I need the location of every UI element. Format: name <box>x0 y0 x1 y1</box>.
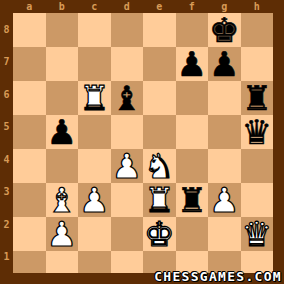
rank-label-5: 5 <box>0 111 13 144</box>
black-rook-icon: ♜ <box>177 183 207 217</box>
square-b3[interactable]: ♝ <box>46 183 79 217</box>
white-pawn-icon: ♟ <box>79 183 109 217</box>
square-c4[interactable] <box>78 149 111 183</box>
square-f6[interactable] <box>176 81 209 115</box>
square-b1[interactable] <box>46 251 79 273</box>
rank-labels: 87654321 <box>0 13 13 273</box>
square-b2[interactable]: ♟ <box>46 217 79 251</box>
black-king-icon: ♚ <box>209 13 239 47</box>
square-c3[interactable]: ♟ <box>78 183 111 217</box>
file-label-b: b <box>46 0 79 13</box>
rank-label-6: 6 <box>0 78 13 111</box>
black-pawn-icon: ♟ <box>209 47 239 81</box>
square-a8[interactable] <box>13 13 46 47</box>
square-f5[interactable] <box>176 115 209 149</box>
square-b5[interactable]: ♟ <box>46 115 79 149</box>
square-a5[interactable] <box>13 115 46 149</box>
square-a1[interactable] <box>13 251 46 273</box>
square-d7[interactable] <box>111 47 144 81</box>
square-f8[interactable] <box>176 13 209 47</box>
square-g3[interactable]: ♟ <box>208 183 241 217</box>
square-d6[interactable]: ♝ <box>111 81 144 115</box>
white-knight-icon: ♞ <box>144 149 174 183</box>
square-e3[interactable]: ♜ <box>143 183 176 217</box>
square-f4[interactable] <box>176 149 209 183</box>
square-d8[interactable] <box>111 13 144 47</box>
white-rook-icon: ♜ <box>79 81 109 115</box>
square-g8[interactable]: ♚ <box>208 13 241 47</box>
square-g6[interactable] <box>208 81 241 115</box>
square-e6[interactable] <box>143 81 176 115</box>
black-pawn-icon: ♟ <box>47 115 77 149</box>
square-a7[interactable] <box>13 47 46 81</box>
black-bishop-icon: ♝ <box>112 81 142 115</box>
square-b4[interactable] <box>46 149 79 183</box>
square-c5[interactable] <box>78 115 111 149</box>
square-e7[interactable] <box>143 47 176 81</box>
square-b8[interactable] <box>46 13 79 47</box>
square-f7[interactable]: ♟ <box>176 47 209 81</box>
white-queen-icon: ♛ <box>242 217 272 251</box>
black-rook-icon: ♜ <box>242 81 272 115</box>
square-f2[interactable] <box>176 217 209 251</box>
chess-board: ♚♟♟♜♝♜♟♛♟♞♝♟♜♜♟♟♚♛ <box>13 13 273 273</box>
square-f3[interactable]: ♜ <box>176 183 209 217</box>
square-h2[interactable]: ♛ <box>241 217 274 251</box>
file-label-f: f <box>176 0 209 13</box>
white-rook-icon: ♜ <box>144 183 174 217</box>
rank-label-2: 2 <box>0 208 13 241</box>
white-king-icon: ♚ <box>144 217 174 251</box>
file-label-d: d <box>111 0 144 13</box>
square-c2[interactable] <box>78 217 111 251</box>
square-a2[interactable] <box>13 217 46 251</box>
square-g4[interactable] <box>208 149 241 183</box>
rank-label-8: 8 <box>0 13 13 46</box>
chess-diagram: abcdefgh 87654321 ♚♟♟♜♝♜♟♛♟♞♝♟♜♜♟♟♚♛ CHE… <box>0 0 284 284</box>
white-bishop-icon: ♝ <box>47 183 77 217</box>
square-b6[interactable] <box>46 81 79 115</box>
watermark: CHESSGAMES.COM <box>154 269 282 284</box>
square-g5[interactable] <box>208 115 241 149</box>
square-c6[interactable]: ♜ <box>78 81 111 115</box>
rank-label-3: 3 <box>0 176 13 209</box>
square-d3[interactable] <box>111 183 144 217</box>
square-h4[interactable] <box>241 149 274 183</box>
file-label-h: h <box>241 0 274 13</box>
black-queen-icon: ♛ <box>242 115 272 149</box>
square-h8[interactable] <box>241 13 274 47</box>
square-e5[interactable] <box>143 115 176 149</box>
file-label-g: g <box>208 0 241 13</box>
square-h3[interactable] <box>241 183 274 217</box>
square-a4[interactable] <box>13 149 46 183</box>
square-d2[interactable] <box>111 217 144 251</box>
white-pawn-icon: ♟ <box>47 217 77 251</box>
white-pawn-icon: ♟ <box>209 183 239 217</box>
file-labels: abcdefgh <box>13 0 273 13</box>
square-c1[interactable] <box>78 251 111 273</box>
rank-label-1: 1 <box>0 241 13 274</box>
square-d5[interactable] <box>111 115 144 149</box>
file-label-e: e <box>143 0 176 13</box>
square-h6[interactable]: ♜ <box>241 81 274 115</box>
file-label-c: c <box>78 0 111 13</box>
square-b7[interactable] <box>46 47 79 81</box>
square-a3[interactable] <box>13 183 46 217</box>
square-d1[interactable] <box>111 251 144 273</box>
square-h5[interactable]: ♛ <box>241 115 274 149</box>
square-g2[interactable] <box>208 217 241 251</box>
square-e4[interactable]: ♞ <box>143 149 176 183</box>
square-e2[interactable]: ♚ <box>143 217 176 251</box>
black-pawn-icon: ♟ <box>177 47 207 81</box>
square-e8[interactable] <box>143 13 176 47</box>
square-g7[interactable]: ♟ <box>208 47 241 81</box>
rank-label-7: 7 <box>0 46 13 79</box>
file-label-a: a <box>13 0 46 13</box>
square-a6[interactable] <box>13 81 46 115</box>
square-h7[interactable] <box>241 47 274 81</box>
white-pawn-icon: ♟ <box>112 149 142 183</box>
square-d4[interactable]: ♟ <box>111 149 144 183</box>
square-c8[interactable] <box>78 13 111 47</box>
rank-label-4: 4 <box>0 143 13 176</box>
square-c7[interactable] <box>78 47 111 81</box>
